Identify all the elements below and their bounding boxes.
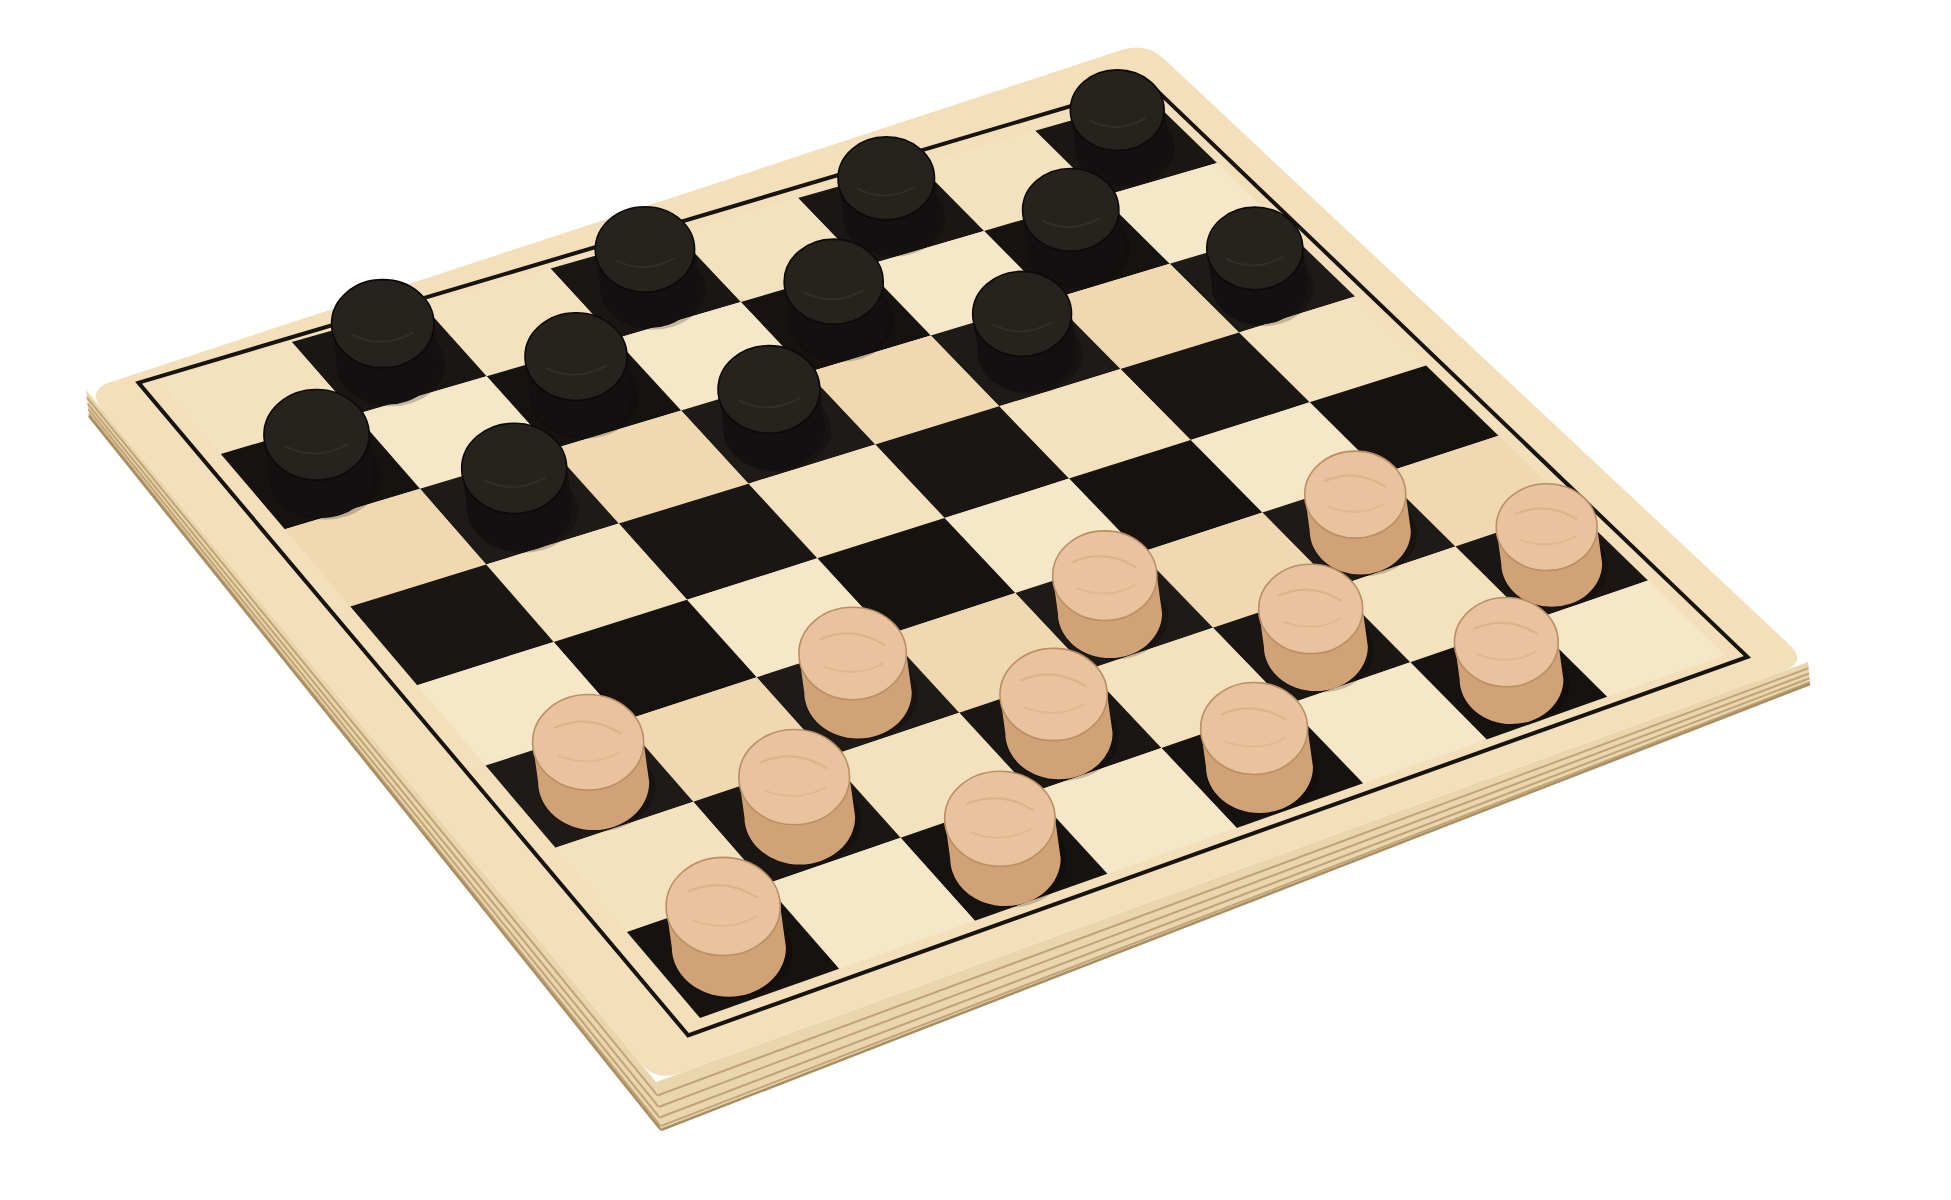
checkers-board [0, 0, 1951, 1200]
squares-layer [158, 98, 1725, 1018]
product-photo-stage [0, 0, 1951, 1200]
